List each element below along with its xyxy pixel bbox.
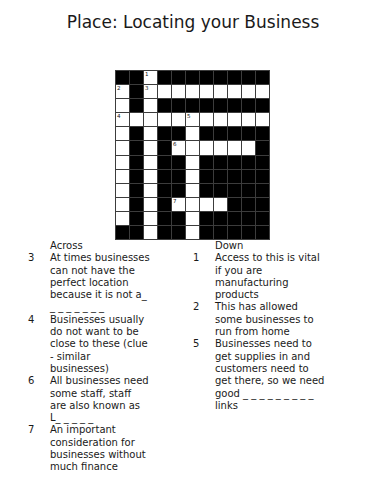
grid-cell-r4c5[interactable] [186, 127, 199, 140]
black-cell [256, 71, 269, 84]
black-cell [214, 99, 227, 112]
clue-text: Businesses usually do not want to be clo… [50, 314, 180, 375]
cell-clue-number: 4 [117, 113, 121, 119]
grid-cell-r1c3[interactable] [158, 85, 171, 98]
black-cell [242, 198, 255, 211]
grid-cell-r3c6[interactable] [200, 113, 213, 126]
grid-cell-r3c3[interactable] [158, 113, 171, 126]
black-cell [186, 99, 199, 112]
grid-cell-r7c0[interactable] [116, 170, 129, 183]
black-cell [158, 170, 171, 183]
down-clues-section: Down 1Access to this is vital if you are… [193, 240, 343, 412]
black-cell [214, 71, 227, 84]
black-cell [242, 226, 255, 239]
black-cell [242, 212, 255, 225]
black-cell [214, 156, 227, 169]
black-cell [242, 99, 255, 112]
clue-number: 1 [193, 252, 215, 264]
black-cell [130, 226, 143, 239]
black-cell [130, 184, 143, 197]
black-cell [130, 198, 143, 211]
black-cell [130, 156, 143, 169]
black-cell [256, 198, 269, 211]
black-cell [256, 212, 269, 225]
grid-cell-r4c2[interactable] [144, 127, 157, 140]
black-cell [242, 127, 255, 140]
grid-cell-r3c1[interactable] [130, 113, 143, 126]
black-cell [256, 141, 269, 154]
cell-clue-number: 7 [173, 198, 177, 204]
grid-cell-r6c0[interactable] [116, 156, 129, 169]
clue-text: Access to this is vital if you are manuf… [215, 252, 343, 301]
crossword-grid: 1234567 [115, 70, 270, 240]
black-cell [256, 184, 269, 197]
down-clue-list: 1Access to this is vital if you are manu… [193, 252, 343, 412]
grid-cell-r3c8[interactable] [228, 113, 241, 126]
across-clue-4: 4Businesses usually do not want to be cl… [28, 314, 180, 375]
across-clue-7: 7An important consideration for business… [28, 424, 180, 473]
black-cell [158, 99, 171, 112]
crossword-worksheet: Place: Locating your Business 1234567 Ac… [0, 0, 386, 500]
grid-cell-r8c2[interactable] [144, 184, 157, 197]
black-cell [158, 184, 171, 197]
grid-cell-r10c5[interactable] [186, 212, 199, 225]
black-cell [200, 99, 213, 112]
clue-text: An important consideration for businesse… [50, 424, 180, 473]
black-cell [158, 127, 171, 140]
black-cell [130, 85, 143, 98]
grid-cell-r1c5[interactable] [186, 85, 199, 98]
clue-text: All businesses need some staff, staff ar… [50, 375, 180, 424]
black-cell [228, 198, 241, 211]
down-clue-5: 5Businesses need to get supplies in and … [193, 338, 343, 412]
grid-cell-r9c0[interactable] [116, 198, 129, 211]
black-cell [172, 71, 185, 84]
grid-cell-r1c2[interactable]: 3 [144, 85, 157, 98]
black-cell [200, 156, 213, 169]
black-cell [242, 184, 255, 197]
black-cell [256, 226, 269, 239]
grid-cell-r3c7[interactable] [214, 113, 227, 126]
clue-number: 7 [28, 424, 50, 436]
black-cell [214, 212, 227, 225]
grid-cell-r1c4[interactable] [172, 85, 185, 98]
grid-cell-r9c6[interactable] [200, 198, 213, 211]
black-cell [228, 226, 241, 239]
grid-cell-r2c2[interactable] [144, 99, 157, 112]
black-cell [256, 99, 269, 112]
page-title: Place: Locating your Business [0, 12, 386, 32]
black-cell [256, 170, 269, 183]
grid-cell-r9c5[interactable] [186, 198, 199, 211]
black-cell [130, 71, 143, 84]
clue-number: 5 [193, 338, 215, 350]
black-cell [158, 141, 171, 154]
black-cell [214, 127, 227, 140]
black-cell [256, 127, 269, 140]
cell-clue-number: 3 [145, 85, 149, 91]
black-cell [116, 71, 129, 84]
black-cell [200, 226, 213, 239]
grid-cell-r2c0[interactable] [116, 99, 129, 112]
black-cell [158, 198, 171, 211]
black-cell [214, 226, 227, 239]
grid-cell-r3c9[interactable] [242, 113, 255, 126]
black-cell [172, 156, 185, 169]
across-header: Across [50, 240, 180, 252]
grid-cell-r3c2[interactable] [144, 113, 157, 126]
grid-cell-r9c2[interactable] [144, 198, 157, 211]
cell-clue-number: 5 [187, 113, 191, 119]
black-cell [200, 170, 213, 183]
across-clue-3: 3At times businesses can not have the pe… [28, 252, 180, 313]
clue-text: This has allowed some businesses to run … [215, 301, 343, 338]
grid-cell-r3c10[interactable] [256, 113, 269, 126]
grid-cell-r1c10[interactable] [256, 85, 269, 98]
cell-clue-number: 6 [173, 141, 177, 147]
black-cell [172, 99, 185, 112]
black-cell [228, 71, 241, 84]
black-cell [116, 226, 129, 239]
grid-cell-r3c5[interactable]: 5 [186, 113, 199, 126]
clue-text: At times businesses can not have the per… [50, 252, 180, 313]
grid-cell-r4c0[interactable] [116, 127, 129, 140]
clue-number: 6 [28, 375, 50, 387]
grid-cell-r8c5[interactable] [186, 184, 199, 197]
black-cell [242, 170, 255, 183]
black-cell [172, 127, 185, 140]
grid-cell-r7c5[interactable] [186, 170, 199, 183]
black-cell [242, 156, 255, 169]
black-cell [130, 212, 143, 225]
black-cell [172, 184, 185, 197]
across-clue-list: 3At times businesses can not have the pe… [28, 252, 180, 473]
down-clue-1: 1Access to this is vital if you are manu… [193, 252, 343, 301]
black-cell [228, 127, 241, 140]
black-cell [228, 156, 241, 169]
black-cell [214, 184, 227, 197]
grid-cell-r8c0[interactable] [116, 184, 129, 197]
black-cell [200, 184, 213, 197]
grid-cell-r5c6[interactable] [200, 141, 213, 154]
grid-cell-r7c2[interactable] [144, 170, 157, 183]
clue-number: 2 [193, 301, 215, 313]
grid-cell-r1c0[interactable]: 2 [116, 85, 129, 98]
black-cell [172, 170, 185, 183]
grid-cell-r5c5[interactable] [186, 141, 199, 154]
black-cell [172, 212, 185, 225]
black-cell [200, 212, 213, 225]
cell-clue-number: 2 [117, 85, 121, 91]
black-cell [200, 127, 213, 140]
black-cell [200, 71, 213, 84]
cell-clue-number: 1 [145, 71, 149, 77]
black-cell [228, 170, 241, 183]
black-cell [228, 212, 241, 225]
black-cell [130, 127, 143, 140]
grid-cell-r11c5[interactable] [186, 226, 199, 239]
black-cell [158, 212, 171, 225]
grid-cell-r5c9[interactable] [242, 141, 255, 154]
clue-number: 4 [28, 314, 50, 326]
black-cell [242, 71, 255, 84]
grid-cell-r9c4[interactable]: 7 [172, 198, 185, 211]
grid-cell-r5c4[interactable]: 6 [172, 141, 185, 154]
grid-cell-r1c6[interactable] [200, 85, 213, 98]
grid-cell-r1c9[interactable] [242, 85, 255, 98]
black-cell [158, 226, 171, 239]
black-cell [228, 99, 241, 112]
across-clue-6: 6All businesses need some staff, staff a… [28, 375, 180, 424]
black-cell [214, 170, 227, 183]
clue-number: 3 [28, 252, 50, 264]
grid-cell-r1c8[interactable] [228, 85, 241, 98]
black-cell [130, 99, 143, 112]
black-cell [158, 71, 171, 84]
grid-cell-r1c7[interactable] [214, 85, 227, 98]
black-cell [130, 170, 143, 183]
grid-cell-r10c0[interactable] [116, 212, 129, 225]
black-cell [186, 71, 199, 84]
grid-cell-r11c2[interactable] [144, 226, 157, 239]
grid-cell-r5c8[interactable] [228, 141, 241, 154]
grid-cell-r6c2[interactable] [144, 156, 157, 169]
black-cell [158, 156, 171, 169]
grid-cell-r5c2[interactable] [144, 141, 157, 154]
grid-cell-r10c2[interactable] [144, 212, 157, 225]
black-cell [172, 226, 185, 239]
grid-cell-r6c5[interactable] [186, 156, 199, 169]
grid-cell-r3c4[interactable] [172, 113, 185, 126]
grid-cell-r3c0[interactable]: 4 [116, 113, 129, 126]
grid-cell-r5c7[interactable] [214, 141, 227, 154]
grid-cell-r5c0[interactable] [116, 141, 129, 154]
across-clues-section: Across 3At times businesses can not have… [28, 240, 180, 474]
clue-text: Businesses need to get supplies in and c… [215, 338, 343, 412]
grid-cell-r9c7[interactable] [214, 198, 227, 211]
black-cell [256, 156, 269, 169]
down-header: Down [215, 240, 343, 252]
black-cell [130, 141, 143, 154]
black-cell [228, 184, 241, 197]
grid-cell-r0c2[interactable]: 1 [144, 71, 157, 84]
down-clue-2: 2This has allowed some businesses to run… [193, 301, 343, 338]
